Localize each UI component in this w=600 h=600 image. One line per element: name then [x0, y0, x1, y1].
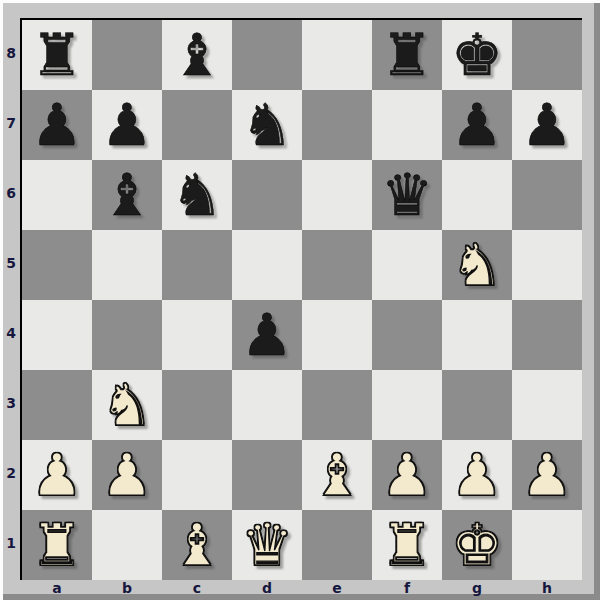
square-g2[interactable]: ♟ [442, 440, 512, 510]
square-g5[interactable]: ♞ [442, 230, 512, 300]
rank-label-5: 5 [2, 228, 20, 298]
square-c5[interactable] [162, 230, 232, 300]
square-d7[interactable]: ♞ [232, 90, 302, 160]
piece-black-rook: ♜ [381, 20, 433, 90]
piece-white-rook: ♜ [381, 510, 433, 580]
square-d1[interactable]: ♛ [232, 510, 302, 580]
square-e1[interactable] [302, 510, 372, 580]
square-b3[interactable]: ♞ [92, 370, 162, 440]
piece-white-knight: ♞ [101, 370, 153, 440]
square-h4[interactable] [512, 300, 582, 370]
piece-white-knight: ♞ [451, 230, 503, 300]
square-e2[interactable]: ♝ [302, 440, 372, 510]
piece-white-pawn: ♟ [381, 440, 433, 510]
square-b1[interactable] [92, 510, 162, 580]
square-d6[interactable] [232, 160, 302, 230]
square-a8[interactable]: ♜ [22, 20, 92, 90]
file-label-f: f [372, 580, 442, 596]
square-b2[interactable]: ♟ [92, 440, 162, 510]
piece-white-pawn: ♟ [451, 440, 503, 510]
square-g6[interactable] [442, 160, 512, 230]
piece-white-pawn: ♟ [31, 440, 83, 510]
piece-black-knight: ♞ [241, 90, 293, 160]
square-b7[interactable]: ♟ [92, 90, 162, 160]
square-c1[interactable]: ♝ [162, 510, 232, 580]
piece-white-bishop: ♝ [171, 510, 223, 580]
square-f2[interactable]: ♟ [372, 440, 442, 510]
file-label-h: h [512, 580, 582, 596]
piece-black-bishop: ♝ [171, 20, 223, 90]
square-f6[interactable]: ♛ [372, 160, 442, 230]
piece-black-bishop: ♝ [101, 160, 153, 230]
square-b8[interactable] [92, 20, 162, 90]
rank-label-3: 3 [2, 368, 20, 438]
piece-white-pawn: ♟ [521, 440, 573, 510]
square-b4[interactable] [92, 300, 162, 370]
square-a5[interactable] [22, 230, 92, 300]
square-g1[interactable]: ♚ [442, 510, 512, 580]
rank-label-2: 2 [2, 438, 20, 508]
file-label-e: e [302, 580, 372, 596]
piece-white-bishop: ♝ [311, 440, 363, 510]
square-h1[interactable] [512, 510, 582, 580]
chess-board: ♜♝♜♚♟♟♞♟♟♝♞♛♞♟♞♟♟♝♟♟♟♜♝♛♜♚ [20, 18, 582, 580]
square-d2[interactable] [232, 440, 302, 510]
square-b6[interactable]: ♝ [92, 160, 162, 230]
square-a2[interactable]: ♟ [22, 440, 92, 510]
square-f1[interactable]: ♜ [372, 510, 442, 580]
piece-black-pawn: ♟ [521, 90, 573, 160]
square-a3[interactable] [22, 370, 92, 440]
square-c4[interactable] [162, 300, 232, 370]
square-e8[interactable] [302, 20, 372, 90]
piece-black-pawn: ♟ [101, 90, 153, 160]
square-c6[interactable]: ♞ [162, 160, 232, 230]
rank-label-4: 4 [2, 298, 20, 368]
piece-white-rook: ♜ [31, 510, 83, 580]
piece-white-queen: ♛ [241, 510, 293, 580]
square-c7[interactable] [162, 90, 232, 160]
square-h3[interactable] [512, 370, 582, 440]
rank-label-1: 1 [2, 508, 20, 578]
square-d8[interactable] [232, 20, 302, 90]
piece-black-rook: ♜ [31, 20, 83, 90]
square-b5[interactable] [92, 230, 162, 300]
square-h7[interactable]: ♟ [512, 90, 582, 160]
chess-diagram: ♜♝♜♚♟♟♞♟♟♝♞♛♞♟♞♟♟♝♟♟♟♜♝♛♜♚ 87654321 abcd… [0, 0, 600, 600]
square-h8[interactable] [512, 20, 582, 90]
square-d5[interactable] [232, 230, 302, 300]
piece-white-pawn: ♟ [101, 440, 153, 510]
square-f8[interactable]: ♜ [372, 20, 442, 90]
rank-label-6: 6 [2, 158, 20, 228]
square-e4[interactable] [302, 300, 372, 370]
square-h6[interactable] [512, 160, 582, 230]
file-label-g: g [442, 580, 512, 596]
piece-white-king: ♚ [451, 510, 503, 580]
square-a7[interactable]: ♟ [22, 90, 92, 160]
rank-label-7: 7 [2, 88, 20, 158]
square-h2[interactable]: ♟ [512, 440, 582, 510]
file-label-b: b [92, 580, 162, 596]
file-label-d: d [232, 580, 302, 596]
piece-black-queen: ♛ [381, 160, 433, 230]
square-c8[interactable]: ♝ [162, 20, 232, 90]
square-e3[interactable] [302, 370, 372, 440]
square-a6[interactable] [22, 160, 92, 230]
square-d3[interactable] [232, 370, 302, 440]
square-a4[interactable] [22, 300, 92, 370]
square-g8[interactable]: ♚ [442, 20, 512, 90]
square-e5[interactable] [302, 230, 372, 300]
square-g7[interactable]: ♟ [442, 90, 512, 160]
square-f4[interactable] [372, 300, 442, 370]
rank-label-8: 8 [2, 18, 20, 88]
square-e7[interactable] [302, 90, 372, 160]
square-h5[interactable] [512, 230, 582, 300]
piece-black-pawn: ♟ [31, 90, 83, 160]
piece-black-knight: ♞ [171, 160, 223, 230]
square-g3[interactable] [442, 370, 512, 440]
square-c2[interactable] [162, 440, 232, 510]
square-a1[interactable]: ♜ [22, 510, 92, 580]
square-c3[interactable] [162, 370, 232, 440]
square-f5[interactable] [372, 230, 442, 300]
square-d4[interactable]: ♟ [232, 300, 302, 370]
square-e6[interactable] [302, 160, 372, 230]
file-label-a: a [22, 580, 92, 596]
piece-black-pawn: ♟ [241, 300, 293, 370]
piece-black-pawn: ♟ [451, 90, 503, 160]
square-f7[interactable] [372, 90, 442, 160]
piece-black-king: ♚ [451, 20, 503, 90]
file-label-c: c [162, 580, 232, 596]
square-f3[interactable] [372, 370, 442, 440]
square-g4[interactable] [442, 300, 512, 370]
